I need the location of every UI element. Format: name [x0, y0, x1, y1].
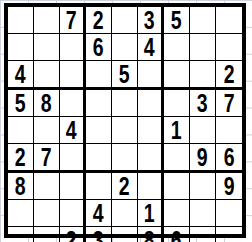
- cell-r2c9[interactable]: [216, 34, 242, 61]
- cell-r2c8[interactable]: [190, 34, 216, 61]
- cell-r6c4[interactable]: [86, 144, 112, 173]
- sudoku-board: 7235644525837412796829412386: [4, 3, 246, 238]
- given-digit: 3: [144, 7, 155, 33]
- given-digit: 3: [93, 227, 104, 242]
- given-digit: 8: [144, 227, 155, 242]
- cell-r4c9[interactable]: 7: [216, 90, 242, 117]
- cell-r8c9[interactable]: [216, 200, 242, 227]
- cell-r2c6[interactable]: 4: [138, 34, 164, 61]
- given-digit: 4: [93, 200, 104, 226]
- cell-r6c9[interactable]: 6: [216, 144, 242, 173]
- cell-r2c2[interactable]: [34, 34, 60, 61]
- cell-r2c7[interactable]: [164, 34, 190, 61]
- cell-r9c1[interactable]: [8, 227, 34, 242]
- given-digit: 6: [224, 144, 235, 170]
- cell-r4c4[interactable]: [86, 90, 112, 117]
- cell-r7c9[interactable]: 9: [216, 173, 242, 200]
- cell-r4c6[interactable]: [138, 90, 164, 117]
- cell-r5c7[interactable]: 1: [164, 117, 190, 144]
- cell-r5c2[interactable]: [34, 117, 60, 144]
- cell-r9c6[interactable]: 8: [138, 227, 164, 242]
- cell-r1c2[interactable]: [34, 7, 60, 34]
- given-digit: 2: [93, 7, 104, 33]
- given-digit: 2: [224, 61, 235, 87]
- given-digit: 2: [15, 144, 26, 170]
- cell-r3c2[interactable]: [34, 61, 60, 90]
- cell-r5c4[interactable]: [86, 117, 112, 144]
- cell-r6c5[interactable]: [112, 144, 138, 173]
- cell-r1c6[interactable]: 3: [138, 7, 164, 34]
- cell-r9c9[interactable]: [216, 227, 242, 242]
- cell-r8c7[interactable]: [164, 200, 190, 227]
- cell-r1c1[interactable]: [8, 7, 34, 34]
- cell-r6c3[interactable]: [60, 144, 86, 173]
- given-digit: 7: [66, 7, 77, 33]
- given-digit: 4: [144, 34, 155, 60]
- cell-r8c1[interactable]: [8, 200, 34, 227]
- cell-r3c5[interactable]: 5: [112, 61, 138, 90]
- given-digit: 7: [224, 90, 235, 116]
- cell-r1c8[interactable]: [190, 7, 216, 34]
- given-digit: 9: [224, 173, 235, 199]
- cell-r3c8[interactable]: [190, 61, 216, 90]
- cell-r7c2[interactable]: [34, 173, 60, 200]
- given-digit: 9: [197, 144, 208, 170]
- given-digit: 7: [41, 144, 52, 170]
- cell-r4c3[interactable]: [60, 90, 86, 117]
- cell-r4c8[interactable]: 3: [190, 90, 216, 117]
- cell-r9c4[interactable]: 3: [86, 227, 112, 242]
- given-digit: 4: [66, 117, 77, 143]
- cell-r1c9[interactable]: [216, 7, 242, 34]
- cell-r3c4[interactable]: [86, 61, 112, 90]
- given-digit: 1: [171, 117, 182, 143]
- cell-r7c1[interactable]: 8: [8, 173, 34, 200]
- cell-r1c7[interactable]: 5: [164, 7, 190, 34]
- given-digit: 2: [66, 227, 77, 242]
- cell-r2c5[interactable]: [112, 34, 138, 61]
- cell-r4c7[interactable]: [164, 90, 190, 117]
- cell-r4c2[interactable]: 8: [34, 90, 60, 117]
- cell-r2c3[interactable]: [60, 34, 86, 61]
- given-digit: 8: [15, 173, 26, 199]
- given-digit: 5: [15, 90, 26, 116]
- cell-r6c1[interactable]: 2: [8, 144, 34, 173]
- cell-r3c3[interactable]: [60, 61, 86, 90]
- cell-r8c6[interactable]: 1: [138, 200, 164, 227]
- cell-r3c9[interactable]: 2: [216, 61, 242, 90]
- cell-r8c3[interactable]: [60, 200, 86, 227]
- cell-r7c7[interactable]: [164, 173, 190, 200]
- cell-r6c6[interactable]: [138, 144, 164, 173]
- cell-r5c8[interactable]: [190, 117, 216, 144]
- cell-r8c8[interactable]: [190, 200, 216, 227]
- cell-r3c7[interactable]: [164, 61, 190, 90]
- cell-r2c4[interactable]: 6: [86, 34, 112, 61]
- cell-r6c8[interactable]: 9: [190, 144, 216, 173]
- cell-r5c3[interactable]: 4: [60, 117, 86, 144]
- cell-r5c6[interactable]: [138, 117, 164, 144]
- cell-r5c5[interactable]: [112, 117, 138, 144]
- cell-r3c6[interactable]: [138, 61, 164, 90]
- cell-r9c5[interactable]: [112, 227, 138, 242]
- cell-r9c8[interactable]: [190, 227, 216, 242]
- cell-r1c3[interactable]: 7: [60, 7, 86, 34]
- given-digit: 4: [15, 61, 26, 87]
- cell-r7c4[interactable]: [86, 173, 112, 200]
- cell-r1c4[interactable]: 2: [86, 7, 112, 34]
- given-digit: 6: [171, 227, 182, 242]
- cell-r8c5[interactable]: [112, 200, 138, 227]
- cell-r4c5[interactable]: [112, 90, 138, 117]
- given-digit: 5: [119, 61, 130, 87]
- cell-r9c2[interactable]: [34, 227, 60, 242]
- cell-r5c9[interactable]: [216, 117, 242, 144]
- sudoku-page: 7235644525837412796829412386: [0, 0, 252, 242]
- cell-r9c7[interactable]: 6: [164, 227, 190, 242]
- cell-r6c2[interactable]: 7: [34, 144, 60, 173]
- cell-r9c3[interactable]: 2: [60, 227, 86, 242]
- cell-r7c6[interactable]: [138, 173, 164, 200]
- cell-r7c8[interactable]: [190, 173, 216, 200]
- given-digit: 2: [119, 173, 130, 199]
- given-digit: 3: [197, 90, 208, 116]
- given-digit: 5: [171, 7, 182, 33]
- cell-r8c4[interactable]: 4: [86, 200, 112, 227]
- cell-r1c5[interactable]: [112, 7, 138, 34]
- cell-r7c3[interactable]: [60, 173, 86, 200]
- given-digit: 1: [144, 200, 155, 226]
- cell-r4c1[interactable]: 5: [8, 90, 34, 117]
- cell-r2c1[interactable]: [8, 34, 34, 61]
- cell-r3c1[interactable]: 4: [8, 61, 34, 90]
- cell-r6c7[interactable]: [164, 144, 190, 173]
- cell-r8c2[interactable]: [34, 200, 60, 227]
- given-digit: 6: [93, 34, 104, 60]
- cell-r5c1[interactable]: [8, 117, 34, 144]
- cell-r7c5[interactable]: 2: [112, 173, 138, 200]
- given-digit: 8: [41, 90, 52, 116]
